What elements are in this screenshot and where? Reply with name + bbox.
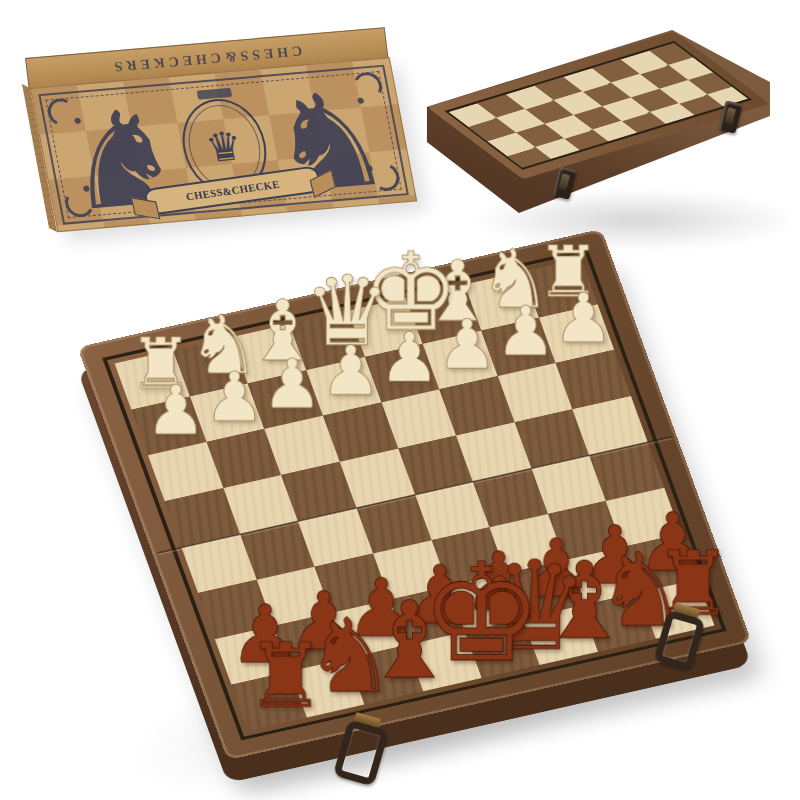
piece-wK: ♚ [362, 238, 423, 346]
closed-board-checker [444, 41, 751, 170]
packaging-box: ♞ ♞ ♛ CHESS&CHECKE [30, 57, 417, 232]
board-grid: ♜♞♝♛♚♝♞♜♟♟♟♟♟♟♟♟♟♟♟♟♟♟♟♟♜♞♝♚♛♝♞♜ [115, 258, 715, 731]
piece-wR: ♜ [537, 236, 598, 307]
crown-icon: ♛ [202, 125, 245, 168]
banner-text: CHESS&CHECKE [184, 179, 280, 203]
product-photo: CHESS&CHECKERS ♞ ♞ ♛ CHESS&CHECKE ♜♞♝♛♚♝… [0, 0, 800, 800]
